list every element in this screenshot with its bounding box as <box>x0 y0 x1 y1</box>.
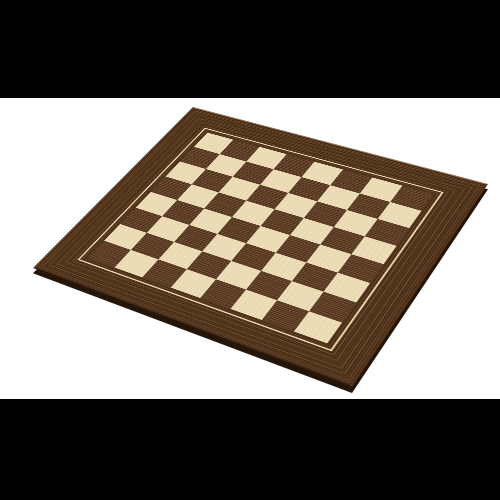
product-image-canvas <box>0 0 500 500</box>
letterbox-bar-bottom <box>0 399 500 500</box>
letterbox-bar-top <box>0 0 500 98</box>
chessboard <box>33 107 488 387</box>
